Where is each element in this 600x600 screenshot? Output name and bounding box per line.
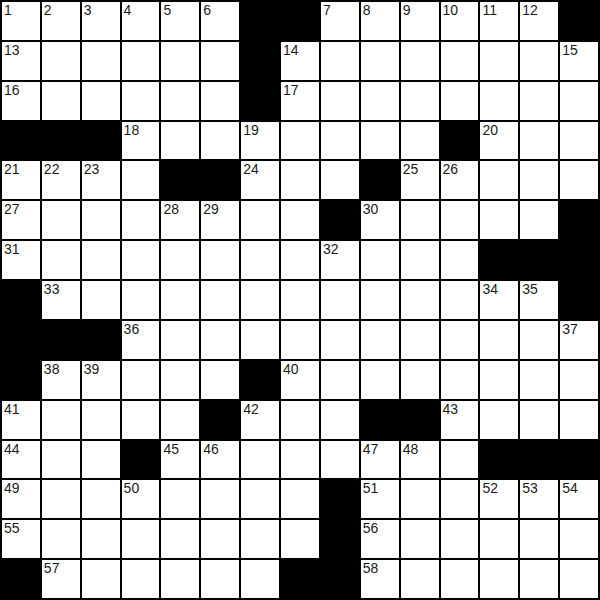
white-cell[interactable]	[560, 82, 598, 120]
white-cell[interactable]: 2	[42, 2, 80, 40]
cell-number: 34	[482, 281, 498, 297]
cell-number: 15	[562, 42, 578, 58]
white-cell[interactable]: 35	[520, 281, 558, 319]
white-cell[interactable]	[480, 560, 518, 598]
cell-number: 21	[4, 161, 20, 177]
white-cell[interactable]: 23	[82, 161, 120, 199]
white-cell[interactable]: 47	[361, 441, 399, 479]
white-cell[interactable]	[361, 241, 399, 279]
white-cell[interactable]	[441, 82, 479, 120]
white-cell[interactable]	[321, 161, 359, 199]
cell-number: 32	[323, 241, 339, 257]
white-cell[interactable]	[241, 321, 279, 359]
cell-number: 49	[4, 480, 20, 496]
white-cell[interactable]: 28	[161, 201, 199, 239]
cell-number: 6	[203, 2, 211, 18]
black-cell	[441, 122, 479, 160]
cell-number: 58	[363, 560, 379, 576]
cell-number: 28	[163, 201, 179, 217]
black-cell	[201, 401, 239, 439]
white-cell[interactable]: 49	[2, 480, 40, 518]
white-cell[interactable]	[122, 42, 160, 80]
white-cell[interactable]	[361, 321, 399, 359]
cell-number: 43	[443, 401, 459, 417]
black-cell	[321, 201, 359, 239]
white-cell[interactable]: 15	[560, 42, 598, 80]
white-cell[interactable]: 10	[441, 2, 479, 40]
white-cell[interactable]	[401, 42, 439, 80]
black-cell	[281, 560, 319, 598]
white-cell[interactable]: 27	[2, 201, 40, 239]
white-cell[interactable]	[441, 480, 479, 518]
cell-number: 40	[283, 361, 299, 377]
white-cell[interactable]: 33	[42, 281, 80, 319]
cell-number: 13	[4, 42, 20, 58]
black-cell	[480, 441, 518, 479]
white-cell[interactable]: 8	[361, 2, 399, 40]
white-cell[interactable]	[82, 241, 120, 279]
cell-number: 30	[363, 201, 379, 217]
white-cell[interactable]	[161, 42, 199, 80]
black-cell	[201, 161, 239, 199]
white-cell[interactable]	[441, 201, 479, 239]
cell-number: 35	[522, 281, 538, 297]
white-cell[interactable]	[520, 201, 558, 239]
white-cell[interactable]	[42, 520, 80, 558]
white-cell[interactable]	[520, 401, 558, 439]
white-cell[interactable]	[560, 520, 598, 558]
white-cell[interactable]	[281, 201, 319, 239]
white-cell[interactable]: 9	[401, 2, 439, 40]
white-cell[interactable]	[201, 281, 239, 319]
white-cell[interactable]	[241, 441, 279, 479]
cell-number: 26	[443, 161, 459, 177]
white-cell[interactable]	[82, 82, 120, 120]
cell-number: 52	[482, 480, 498, 496]
white-cell[interactable]	[161, 560, 199, 598]
white-cell[interactable]	[321, 361, 359, 399]
cell-number: 57	[44, 560, 60, 576]
white-cell[interactable]	[122, 161, 160, 199]
white-cell[interactable]	[122, 520, 160, 558]
white-cell[interactable]	[441, 281, 479, 319]
white-cell[interactable]	[441, 520, 479, 558]
white-cell[interactable]: 5	[161, 2, 199, 40]
white-cell[interactable]: 31	[2, 241, 40, 279]
white-cell[interactable]: 54	[560, 480, 598, 518]
white-cell[interactable]	[480, 401, 518, 439]
white-cell[interactable]	[161, 520, 199, 558]
cell-number: 19	[243, 122, 259, 138]
cell-number: 1	[4, 2, 12, 18]
cell-number: 56	[363, 520, 379, 536]
cell-number: 7	[323, 2, 331, 18]
white-cell[interactable]	[361, 281, 399, 319]
white-cell[interactable]: 6	[201, 2, 239, 40]
white-cell[interactable]: 11	[480, 2, 518, 40]
white-cell[interactable]: 41	[2, 401, 40, 439]
black-cell	[281, 2, 319, 40]
white-cell[interactable]	[321, 122, 359, 160]
white-cell[interactable]	[161, 321, 199, 359]
white-cell[interactable]	[201, 361, 239, 399]
white-cell[interactable]: 38	[42, 361, 80, 399]
black-cell	[480, 241, 518, 279]
white-cell[interactable]	[361, 122, 399, 160]
white-cell[interactable]	[122, 361, 160, 399]
black-cell	[161, 161, 199, 199]
white-cell[interactable]	[82, 480, 120, 518]
cell-number: 3	[84, 2, 92, 18]
white-cell[interactable]	[441, 241, 479, 279]
white-cell[interactable]: 37	[560, 321, 598, 359]
cell-number: 5	[163, 2, 171, 18]
white-cell[interactable]: 17	[281, 82, 319, 120]
white-cell[interactable]	[201, 520, 239, 558]
white-cell[interactable]	[122, 201, 160, 239]
white-cell[interactable]	[321, 281, 359, 319]
white-cell[interactable]: 53	[520, 480, 558, 518]
cell-number: 36	[124, 321, 140, 337]
white-cell[interactable]	[321, 82, 359, 120]
white-cell[interactable]: 52	[480, 480, 518, 518]
cell-number: 37	[562, 321, 578, 337]
white-cell[interactable]: 43	[441, 401, 479, 439]
white-cell[interactable]	[161, 82, 199, 120]
black-cell	[520, 241, 558, 279]
white-cell[interactable]	[321, 441, 359, 479]
white-cell[interactable]: 29	[201, 201, 239, 239]
white-cell[interactable]	[42, 42, 80, 80]
cell-number: 31	[4, 241, 20, 257]
cell-number: 51	[363, 480, 379, 496]
white-cell[interactable]	[82, 401, 120, 439]
white-cell[interactable]: 45	[161, 441, 199, 479]
white-cell[interactable]	[401, 560, 439, 598]
white-cell[interactable]	[281, 122, 319, 160]
white-cell[interactable]	[480, 82, 518, 120]
cell-number: 14	[283, 42, 299, 58]
black-cell	[560, 441, 598, 479]
white-cell[interactable]	[161, 122, 199, 160]
cell-number: 42	[243, 401, 259, 417]
white-cell[interactable]	[82, 520, 120, 558]
white-cell[interactable]	[281, 281, 319, 319]
white-cell[interactable]	[520, 520, 558, 558]
white-cell[interactable]	[42, 82, 80, 120]
white-cell[interactable]	[281, 401, 319, 439]
white-cell[interactable]: 4	[122, 2, 160, 40]
cell-number: 24	[243, 161, 259, 177]
white-cell[interactable]	[441, 441, 479, 479]
white-cell[interactable]	[401, 122, 439, 160]
white-cell[interactable]	[122, 560, 160, 598]
white-cell[interactable]: 56	[361, 520, 399, 558]
black-cell	[241, 82, 279, 120]
white-cell[interactable]	[520, 122, 558, 160]
cell-number: 55	[4, 520, 20, 536]
white-cell[interactable]	[201, 42, 239, 80]
white-cell[interactable]	[321, 42, 359, 80]
white-cell[interactable]	[441, 42, 479, 80]
white-cell[interactable]: 36	[122, 321, 160, 359]
white-cell[interactable]	[42, 480, 80, 518]
black-cell	[241, 42, 279, 80]
white-cell[interactable]	[480, 201, 518, 239]
white-cell[interactable]	[241, 201, 279, 239]
white-cell[interactable]	[401, 201, 439, 239]
white-cell[interactable]: 30	[361, 201, 399, 239]
white-cell[interactable]	[560, 560, 598, 598]
white-cell[interactable]: 1	[2, 2, 40, 40]
cell-number: 46	[203, 441, 219, 457]
white-cell[interactable]	[321, 401, 359, 439]
cell-number: 54	[562, 480, 578, 496]
white-cell[interactable]	[82, 201, 120, 239]
white-cell[interactable]	[401, 321, 439, 359]
white-cell[interactable]	[480, 520, 518, 558]
white-cell[interactable]	[122, 241, 160, 279]
white-cell[interactable]	[441, 361, 479, 399]
black-cell	[122, 441, 160, 479]
white-cell[interactable]	[480, 161, 518, 199]
white-cell[interactable]	[161, 480, 199, 518]
black-cell	[401, 401, 439, 439]
white-cell[interactable]	[480, 361, 518, 399]
white-cell[interactable]	[560, 401, 598, 439]
white-cell[interactable]	[122, 82, 160, 120]
white-cell[interactable]: 57	[42, 560, 80, 598]
white-cell[interactable]	[241, 480, 279, 518]
white-cell[interactable]: 19	[241, 122, 279, 160]
white-cell[interactable]	[401, 241, 439, 279]
black-cell	[2, 281, 40, 319]
white-cell[interactable]: 16	[2, 82, 40, 120]
cell-number: 25	[403, 161, 419, 177]
white-cell[interactable]	[122, 281, 160, 319]
black-cell	[560, 281, 598, 319]
white-cell[interactable]	[82, 281, 120, 319]
black-cell	[241, 361, 279, 399]
white-cell[interactable]	[520, 361, 558, 399]
white-cell[interactable]: 34	[480, 281, 518, 319]
white-cell[interactable]	[520, 82, 558, 120]
crossword-board: 1234567891011121314151617181920212223242…	[0, 0, 600, 600]
white-cell[interactable]	[161, 241, 199, 279]
cell-number: 4	[124, 2, 132, 18]
cell-number: 33	[44, 281, 60, 297]
white-cell[interactable]	[560, 161, 598, 199]
black-cell	[82, 122, 120, 160]
black-cell	[321, 520, 359, 558]
black-cell	[2, 361, 40, 399]
white-cell[interactable]	[201, 82, 239, 120]
white-cell[interactable]: 48	[401, 441, 439, 479]
white-cell[interactable]: 32	[321, 241, 359, 279]
white-cell[interactable]: 42	[241, 401, 279, 439]
white-cell[interactable]	[281, 480, 319, 518]
white-cell[interactable]: 50	[122, 480, 160, 518]
white-cell[interactable]	[161, 401, 199, 439]
cell-number: 48	[403, 441, 419, 457]
white-cell[interactable]	[281, 321, 319, 359]
black-cell	[82, 321, 120, 359]
white-cell[interactable]: 26	[441, 161, 479, 199]
cell-number: 22	[44, 161, 60, 177]
white-cell[interactable]	[281, 441, 319, 479]
white-cell[interactable]	[161, 361, 199, 399]
black-cell	[361, 161, 399, 199]
cell-number: 53	[522, 480, 538, 496]
white-cell[interactable]: 12	[520, 2, 558, 40]
cell-number: 8	[363, 2, 371, 18]
white-cell[interactable]: 20	[480, 122, 518, 160]
white-cell[interactable]	[241, 560, 279, 598]
white-cell[interactable]: 44	[2, 441, 40, 479]
white-cell[interactable]	[201, 321, 239, 359]
white-cell[interactable]	[42, 241, 80, 279]
white-cell[interactable]: 55	[2, 520, 40, 558]
white-cell[interactable]	[281, 161, 319, 199]
white-cell[interactable]	[321, 321, 359, 359]
white-cell[interactable]	[441, 560, 479, 598]
white-cell[interactable]	[401, 82, 439, 120]
white-cell[interactable]	[361, 42, 399, 80]
white-cell[interactable]	[241, 241, 279, 279]
cell-number: 29	[203, 201, 219, 217]
white-cell[interactable]	[281, 241, 319, 279]
cell-number: 38	[44, 361, 60, 377]
white-cell[interactable]	[201, 480, 239, 518]
cell-number: 44	[4, 441, 20, 457]
black-cell	[321, 480, 359, 518]
cell-number: 17	[283, 82, 299, 98]
black-cell	[2, 321, 40, 359]
white-cell[interactable]	[42, 441, 80, 479]
black-cell	[321, 560, 359, 598]
white-cell[interactable]: 25	[401, 161, 439, 199]
white-cell[interactable]	[241, 281, 279, 319]
cell-number: 2	[44, 2, 52, 18]
white-cell[interactable]	[201, 241, 239, 279]
cell-number: 50	[124, 480, 140, 496]
cell-number: 10	[443, 2, 459, 18]
white-cell[interactable]: 18	[122, 122, 160, 160]
black-cell	[42, 122, 80, 160]
white-cell[interactable]: 7	[321, 2, 359, 40]
white-cell[interactable]: 3	[82, 2, 120, 40]
white-cell[interactable]: 58	[361, 560, 399, 598]
white-cell[interactable]: 39	[82, 361, 120, 399]
white-cell[interactable]	[161, 281, 199, 319]
white-cell[interactable]	[480, 321, 518, 359]
cell-number: 12	[522, 2, 538, 18]
black-cell	[560, 241, 598, 279]
white-cell[interactable]	[480, 42, 518, 80]
white-cell[interactable]: 22	[42, 161, 80, 199]
white-cell[interactable]	[520, 321, 558, 359]
black-cell	[361, 401, 399, 439]
white-cell[interactable]: 24	[241, 161, 279, 199]
cell-number: 39	[84, 361, 100, 377]
black-cell	[560, 2, 598, 40]
white-cell[interactable]	[520, 560, 558, 598]
white-cell[interactable]	[401, 520, 439, 558]
black-cell	[2, 122, 40, 160]
white-cell[interactable]: 40	[281, 361, 319, 399]
white-cell[interactable]	[560, 361, 598, 399]
white-cell[interactable]	[361, 82, 399, 120]
white-cell[interactable]	[82, 560, 120, 598]
white-cell[interactable]	[520, 42, 558, 80]
white-cell[interactable]	[201, 122, 239, 160]
white-cell[interactable]	[361, 361, 399, 399]
white-cell[interactable]	[201, 560, 239, 598]
white-cell[interactable]	[441, 321, 479, 359]
black-cell	[42, 321, 80, 359]
cell-number: 18	[124, 122, 140, 138]
cell-number: 45	[163, 441, 179, 457]
white-cell[interactable]	[401, 281, 439, 319]
white-cell[interactable]	[82, 42, 120, 80]
black-cell	[241, 2, 279, 40]
cell-number: 23	[84, 161, 100, 177]
white-cell[interactable]: 51	[361, 480, 399, 518]
cell-number: 41	[4, 401, 20, 417]
white-cell[interactable]	[42, 401, 80, 439]
white-cell[interactable]	[241, 520, 279, 558]
white-cell[interactable]	[401, 480, 439, 518]
black-cell	[560, 201, 598, 239]
black-cell	[520, 441, 558, 479]
white-cell[interactable]	[82, 441, 120, 479]
white-cell[interactable]	[560, 122, 598, 160]
white-cell[interactable]: 13	[2, 42, 40, 80]
cell-number: 47	[363, 441, 379, 457]
cell-number: 16	[4, 82, 20, 98]
white-cell[interactable]	[122, 401, 160, 439]
white-cell[interactable]: 21	[2, 161, 40, 199]
white-cell[interactable]	[42, 201, 80, 239]
white-cell[interactable]	[281, 520, 319, 558]
white-cell[interactable]: 14	[281, 42, 319, 80]
cell-number: 11	[482, 2, 497, 18]
cell-number: 27	[4, 201, 20, 217]
cell-number: 20	[482, 122, 498, 138]
white-cell[interactable]	[520, 161, 558, 199]
white-cell[interactable]	[401, 361, 439, 399]
white-cell[interactable]: 46	[201, 441, 239, 479]
black-cell	[2, 560, 40, 598]
cell-number: 9	[403, 2, 411, 18]
